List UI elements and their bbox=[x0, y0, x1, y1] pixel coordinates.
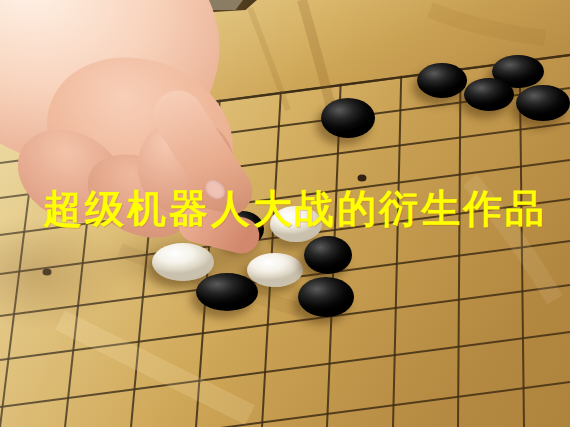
black-stone[interactable] bbox=[298, 277, 354, 317]
black-stone[interactable] bbox=[321, 98, 375, 138]
white-stone[interactable] bbox=[247, 253, 303, 287]
black-stone[interactable] bbox=[304, 236, 352, 274]
black-stone[interactable] bbox=[196, 273, 258, 311]
caption-text: 超级机器人大战的衍生作品 bbox=[43, 189, 547, 230]
black-stone[interactable] bbox=[464, 78, 514, 111]
black-stone[interactable] bbox=[417, 63, 467, 98]
go-photo-stage: 超级机器人大战的衍生作品 bbox=[0, 0, 570, 427]
white-stone[interactable] bbox=[152, 243, 214, 281]
black-stone[interactable] bbox=[516, 85, 570, 121]
